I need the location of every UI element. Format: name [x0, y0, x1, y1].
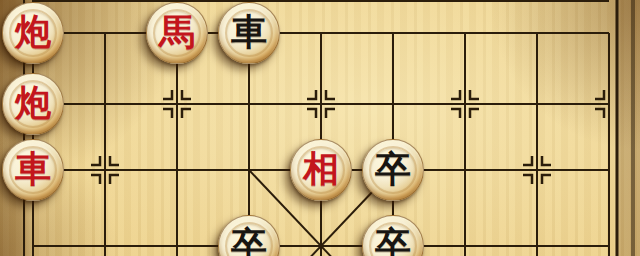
piece-glyph: 相: [303, 151, 339, 187]
piece-glyph: 炮: [15, 14, 51, 50]
board-pieces-grid: 炮炮車馬車相卒卒卒: [0, 0, 640, 256]
piece-glyph: 卒: [231, 227, 267, 256]
piece-black-chariot[interactable]: 車: [218, 2, 280, 64]
piece-red-chariot[interactable]: 車: [2, 139, 64, 201]
piece-glyph: 車: [231, 14, 267, 50]
piece-glyph: 車: [15, 151, 51, 187]
piece-red-cannon[interactable]: 炮: [2, 2, 64, 64]
piece-glyph: 卒: [375, 227, 411, 256]
piece-black-soldier[interactable]: 卒: [218, 215, 280, 256]
piece-red-elephant[interactable]: 相: [290, 139, 352, 201]
piece-glyph: 馬: [159, 14, 195, 50]
xiangqi-board[interactable]: 炮炮車馬車相卒卒卒: [0, 0, 640, 256]
piece-black-soldier[interactable]: 卒: [362, 139, 424, 201]
piece-red-horse[interactable]: 馬: [146, 2, 208, 64]
piece-red-cannon[interactable]: 炮: [2, 73, 64, 135]
piece-black-soldier[interactable]: 卒: [362, 215, 424, 256]
piece-glyph: 炮: [15, 85, 51, 121]
piece-glyph: 卒: [375, 151, 411, 187]
